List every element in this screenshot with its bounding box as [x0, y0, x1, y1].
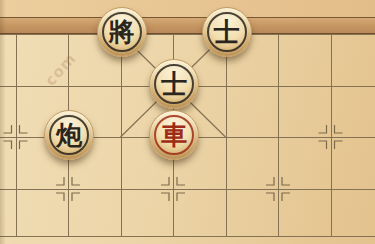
xiangqi-board: com 將士士炮車 [0, 0, 375, 244]
piece-character: 炮 [45, 111, 93, 159]
board-cell[interactable] [17, 190, 70, 237]
board-cell[interactable] [332, 138, 375, 190]
board-cell[interactable] [227, 138, 280, 190]
piece-character: 士 [150, 60, 198, 108]
piece-character: 將 [98, 8, 146, 56]
board-cell[interactable] [279, 87, 332, 138]
board-cell[interactable] [332, 35, 375, 87]
board-top-edge [0, 17, 375, 34]
board-cell[interactable] [227, 87, 280, 138]
board-cell[interactable] [332, 190, 375, 237]
left-edge-shadow [0, 0, 6, 244]
piece-black-advisor-2[interactable]: 士 [149, 59, 199, 109]
board-cell[interactable] [69, 190, 122, 237]
piece-red-chariot[interactable]: 車 [149, 110, 199, 160]
board-cell[interactable] [332, 87, 375, 138]
piece-black-general[interactable]: 將 [97, 7, 147, 57]
board-cell[interactable] [279, 190, 332, 237]
board-cell[interactable] [122, 190, 175, 237]
piece-character: 士 [203, 8, 251, 56]
piece-black-cannon[interactable]: 炮 [44, 110, 94, 160]
piece-black-advisor-1[interactable]: 士 [202, 7, 252, 57]
board-cell[interactable] [279, 35, 332, 87]
piece-character: 車 [150, 111, 198, 159]
board-cell[interactable] [174, 190, 227, 237]
board-cell[interactable] [279, 138, 332, 190]
board-cell[interactable] [227, 190, 280, 237]
board-outer-margin [0, 0, 375, 17]
